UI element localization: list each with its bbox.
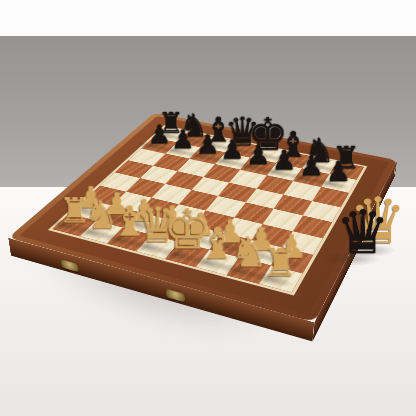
brass-hinge-icon (166, 289, 185, 303)
board-square (302, 201, 340, 222)
board-square (152, 184, 191, 204)
piece-shadow (246, 269, 297, 291)
brass-hinge-icon (61, 260, 79, 273)
board-square: ♜ (52, 214, 95, 237)
spare-black-queen: ♛ (336, 202, 390, 262)
brass-side-hinge-icon (393, 166, 395, 176)
chess-set-photo: ♜♞♝♛♚♝♞♜♟♟♟♟♟♟♟♟♟♟♟♟♟♟♟♟♜♞♝♛♚♝♞♜ ♛ ♛ (0, 0, 416, 416)
